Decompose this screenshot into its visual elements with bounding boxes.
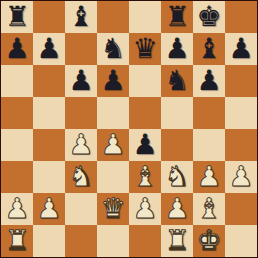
- black-queen[interactable]: ♛: [132, 33, 157, 65]
- square-c8[interactable]: ♝: [65, 1, 97, 33]
- square-a1[interactable]: ♜: [1, 225, 33, 257]
- square-f1[interactable]: ♜: [161, 225, 193, 257]
- square-g2[interactable]: ♝: [193, 193, 225, 225]
- square-e8[interactable]: [129, 1, 161, 33]
- square-f8[interactable]: ♜: [161, 1, 193, 33]
- square-b3[interactable]: [33, 161, 65, 193]
- black-rook[interactable]: ♜: [4, 1, 29, 33]
- black-bishop[interactable]: ♝: [68, 1, 93, 33]
- square-c3[interactable]: ♞: [65, 161, 97, 193]
- white-king[interactable]: ♚: [196, 225, 221, 257]
- square-a6[interactable]: [1, 65, 33, 97]
- square-c5[interactable]: [65, 97, 97, 129]
- black-pawn[interactable]: ♟: [164, 33, 189, 65]
- square-e5[interactable]: [129, 97, 161, 129]
- square-f3[interactable]: ♞: [161, 161, 193, 193]
- white-knight[interactable]: ♞: [164, 161, 189, 193]
- white-pawn[interactable]: ♟: [36, 193, 61, 225]
- square-e7[interactable]: ♛: [129, 33, 161, 65]
- black-pawn[interactable]: ♟: [228, 33, 253, 65]
- white-rook[interactable]: ♜: [164, 225, 189, 257]
- square-g8[interactable]: ♚: [193, 1, 225, 33]
- square-f6[interactable]: ♞: [161, 65, 193, 97]
- square-d8[interactable]: [97, 1, 129, 33]
- black-king[interactable]: ♚: [196, 1, 221, 33]
- square-b5[interactable]: [33, 97, 65, 129]
- white-pawn[interactable]: ♟: [132, 193, 157, 225]
- square-h4[interactable]: [225, 129, 257, 161]
- square-d1[interactable]: [97, 225, 129, 257]
- black-bishop[interactable]: ♝: [196, 33, 221, 65]
- black-pawn[interactable]: ♟: [68, 65, 93, 97]
- square-h8[interactable]: [225, 1, 257, 33]
- black-knight[interactable]: ♞: [100, 33, 125, 65]
- square-b6[interactable]: [33, 65, 65, 97]
- square-c2[interactable]: [65, 193, 97, 225]
- square-f7[interactable]: ♟: [161, 33, 193, 65]
- white-pawn[interactable]: ♟: [4, 193, 29, 225]
- square-a3[interactable]: [1, 161, 33, 193]
- square-g4[interactable]: [193, 129, 225, 161]
- square-a5[interactable]: [1, 97, 33, 129]
- black-knight[interactable]: ♞: [164, 65, 189, 97]
- square-b7[interactable]: ♟: [33, 33, 65, 65]
- square-g3[interactable]: ♟: [193, 161, 225, 193]
- square-h7[interactable]: ♟: [225, 33, 257, 65]
- square-h2[interactable]: [225, 193, 257, 225]
- square-h1[interactable]: [225, 225, 257, 257]
- square-e1[interactable]: [129, 225, 161, 257]
- white-rook[interactable]: ♜: [4, 225, 29, 257]
- square-g5[interactable]: [193, 97, 225, 129]
- white-pawn[interactable]: ♟: [100, 129, 125, 161]
- white-pawn[interactable]: ♟: [164, 193, 189, 225]
- square-a8[interactable]: ♜: [1, 1, 33, 33]
- white-knight[interactable]: ♞: [68, 161, 93, 193]
- square-b4[interactable]: [33, 129, 65, 161]
- square-d6[interactable]: ♟: [97, 65, 129, 97]
- black-pawn[interactable]: ♟: [36, 33, 61, 65]
- square-d3[interactable]: [97, 161, 129, 193]
- square-h6[interactable]: [225, 65, 257, 97]
- square-h5[interactable]: [225, 97, 257, 129]
- white-pawn[interactable]: ♟: [228, 161, 253, 193]
- square-f4[interactable]: [161, 129, 193, 161]
- square-e3[interactable]: ♝: [129, 161, 161, 193]
- square-c7[interactable]: [65, 33, 97, 65]
- square-g1[interactable]: ♚: [193, 225, 225, 257]
- white-pawn[interactable]: ♟: [196, 161, 221, 193]
- black-pawn[interactable]: ♟: [100, 65, 125, 97]
- white-bishop[interactable]: ♝: [196, 193, 221, 225]
- chess-board: ♜♝♜♚♟♟♞♛♟♝♟♟♟♞♟♟♟♟♞♝♞♟♟♟♟♛♟♟♝♜♜♚: [0, 0, 258, 258]
- white-pawn[interactable]: ♟: [68, 129, 93, 161]
- square-c4[interactable]: ♟: [65, 129, 97, 161]
- square-b1[interactable]: [33, 225, 65, 257]
- square-g6[interactable]: ♟: [193, 65, 225, 97]
- square-h3[interactable]: ♟: [225, 161, 257, 193]
- square-a2[interactable]: ♟: [1, 193, 33, 225]
- square-f2[interactable]: ♟: [161, 193, 193, 225]
- square-c1[interactable]: [65, 225, 97, 257]
- white-bishop[interactable]: ♝: [132, 161, 157, 193]
- white-queen[interactable]: ♛: [100, 193, 125, 225]
- square-e2[interactable]: ♟: [129, 193, 161, 225]
- black-pawn[interactable]: ♟: [132, 129, 157, 161]
- square-d2[interactable]: ♛: [97, 193, 129, 225]
- square-d4[interactable]: ♟: [97, 129, 129, 161]
- square-b8[interactable]: [33, 1, 65, 33]
- square-d7[interactable]: ♞: [97, 33, 129, 65]
- square-c6[interactable]: ♟: [65, 65, 97, 97]
- square-e4[interactable]: ♟: [129, 129, 161, 161]
- square-a4[interactable]: [1, 129, 33, 161]
- square-b2[interactable]: ♟: [33, 193, 65, 225]
- square-f5[interactable]: [161, 97, 193, 129]
- black-pawn[interactable]: ♟: [196, 65, 221, 97]
- square-a7[interactable]: ♟: [1, 33, 33, 65]
- square-e6[interactable]: [129, 65, 161, 97]
- black-rook[interactable]: ♜: [164, 1, 189, 33]
- square-g7[interactable]: ♝: [193, 33, 225, 65]
- square-d5[interactable]: [97, 97, 129, 129]
- black-pawn[interactable]: ♟: [4, 33, 29, 65]
